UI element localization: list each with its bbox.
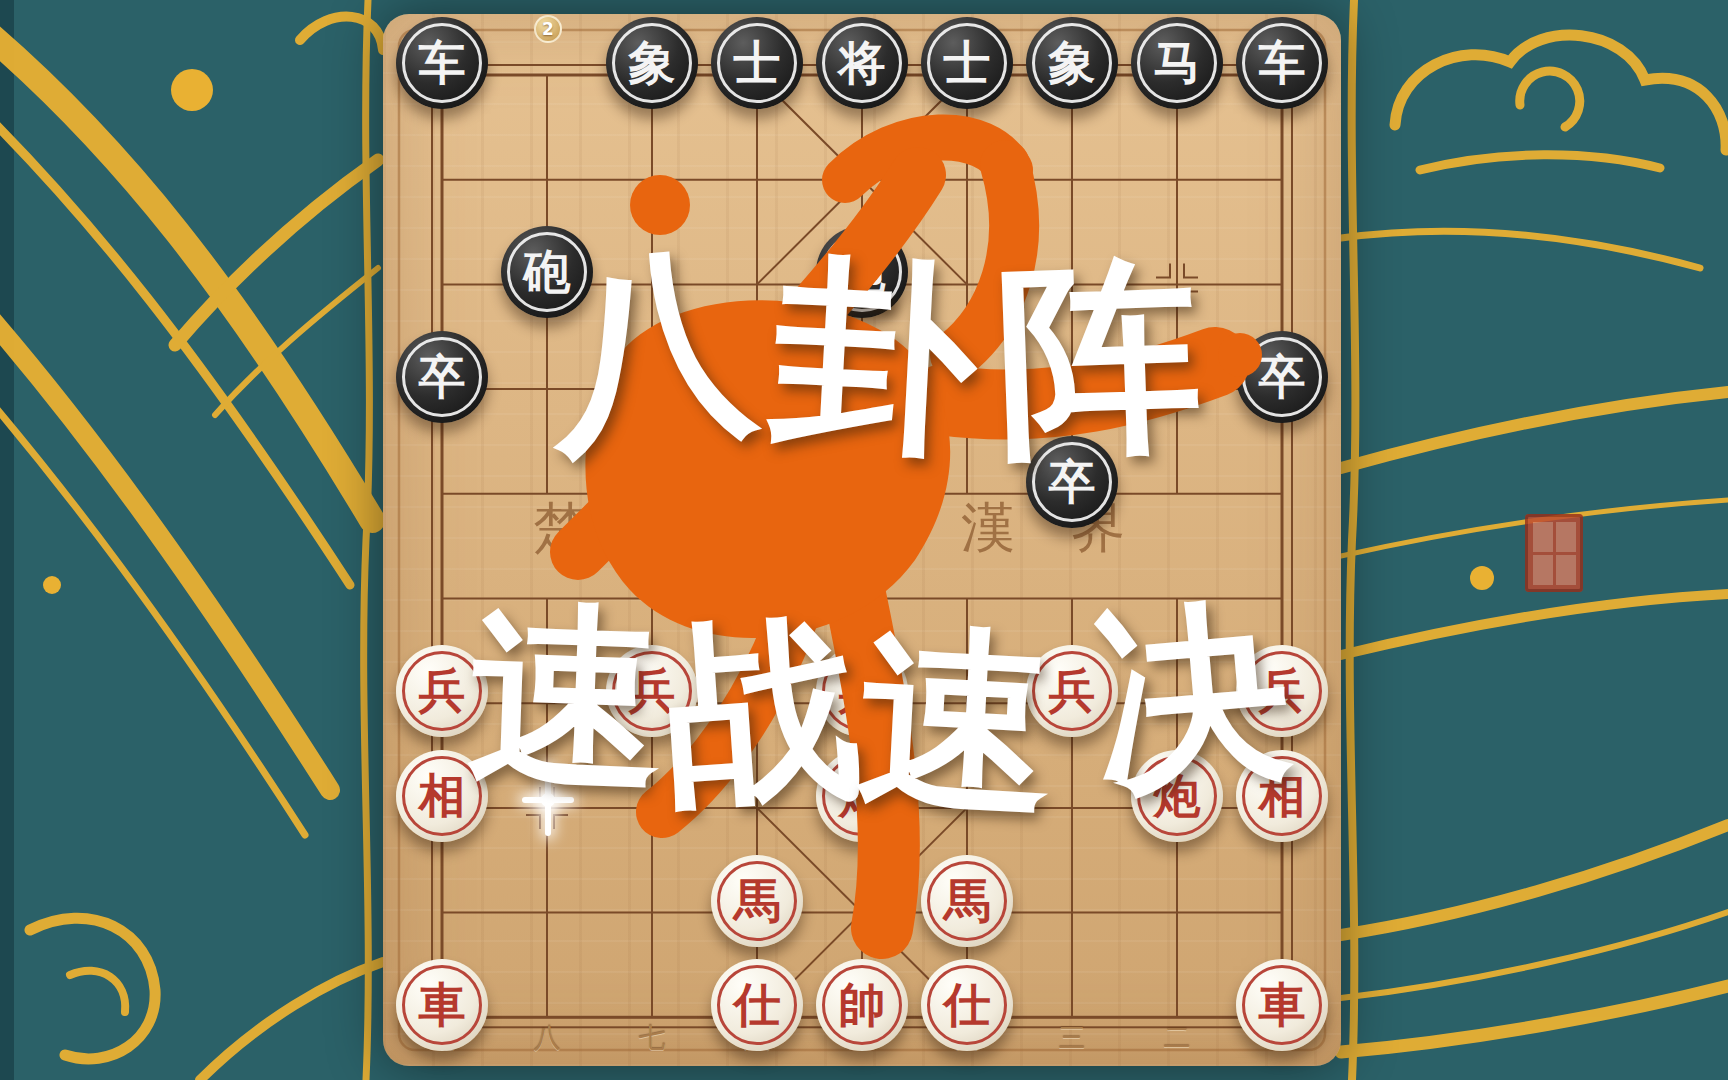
title-char: 八 <box>538 206 766 499</box>
subtitle-char: 速 <box>852 587 1061 861</box>
screenshot-root: { "game": "xiangqi", "position": { "fen"… <box>0 0 1728 1080</box>
subtitle-char: 战 <box>656 576 869 853</box>
title-char: 阵 <box>991 221 1206 504</box>
subtitle-char: 速 <box>464 565 668 836</box>
title-char: 卦 <box>764 217 983 503</box>
orange-brush-glyph <box>0 0 1728 1080</box>
subtitle-char: 决 <box>1083 560 1300 840</box>
